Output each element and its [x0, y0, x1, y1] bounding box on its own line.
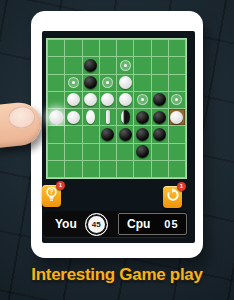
board-cell-c7[interactable] [83, 144, 99, 160]
bulb-icon: ? [45, 186, 58, 206]
white-disc [170, 111, 183, 124]
flipping-disc [121, 110, 130, 124]
board-cell-h8[interactable] [169, 161, 185, 177]
cpu-label: Cpu [127, 217, 150, 231]
board-cell-c5[interactable] [83, 109, 99, 125]
hint-button[interactable]: ? 1 [42, 185, 61, 207]
black-disc [136, 111, 149, 124]
board-cell-h7[interactable] [169, 144, 185, 160]
board-cell-g7[interactable] [152, 144, 168, 160]
board-cell-b2[interactable] [65, 57, 81, 73]
black-disc [136, 145, 149, 158]
board-cell-a8[interactable] [48, 161, 64, 177]
black-disc [84, 59, 97, 72]
caption-text: Interesting Game play [0, 265, 234, 285]
board-cell-f8[interactable] [134, 161, 150, 177]
black-disc [136, 128, 149, 141]
board-cell-b7[interactable] [65, 144, 81, 160]
restart-badge: 1 [177, 182, 186, 191]
board-cell-h2[interactable] [169, 57, 185, 73]
cpu-score-box: Cpu 05 [118, 213, 187, 235]
board-cell-g5[interactable] [152, 109, 168, 125]
white-disc [101, 93, 114, 106]
board-cell-e2[interactable] [117, 57, 133, 73]
legal-move-hint[interactable] [102, 77, 113, 88]
board-cell-g4[interactable] [152, 92, 168, 108]
score-bar: You 45 Cpu 05 [43, 211, 188, 237]
cpu-score: 05 [164, 218, 178, 230]
board-cell-g8[interactable] [152, 161, 168, 177]
you-score: 45 [92, 220, 101, 229]
board-cell-b3[interactable] [65, 75, 81, 91]
tablet-device: ? 1 1 You 45 [31, 11, 203, 258]
board-cell-a7[interactable] [48, 144, 64, 160]
flipping-disc [106, 110, 110, 124]
scene: ? 1 1 You 45 [0, 0, 234, 300]
board-cell-h6[interactable] [169, 126, 185, 142]
board-cell-c1[interactable] [83, 40, 99, 56]
white-disc [84, 93, 97, 106]
flipping-disc [86, 110, 95, 124]
board-cell-a1[interactable] [48, 40, 64, 56]
black-disc [153, 93, 166, 106]
black-disc [101, 128, 114, 141]
you-label: You [55, 217, 77, 231]
legal-move-hint[interactable] [171, 94, 182, 105]
board-cell-f1[interactable] [134, 40, 150, 56]
svg-text:?: ? [50, 188, 54, 195]
board-cell-c2[interactable] [83, 57, 99, 73]
board-cell-e1[interactable] [117, 40, 133, 56]
board-cell-g1[interactable] [152, 40, 168, 56]
board-cell-b4[interactable] [65, 92, 81, 108]
board-cell-d5[interactable] [100, 109, 116, 125]
board-cell-e4[interactable] [117, 92, 133, 108]
board-cell-d2[interactable] [100, 57, 116, 73]
board-cell-e7[interactable] [117, 144, 133, 160]
board-cell-f5[interactable] [134, 109, 150, 125]
board-cell-h4[interactable] [169, 92, 185, 108]
board-cell-c6[interactable] [83, 126, 99, 142]
black-disc [84, 76, 97, 89]
board-cell-d1[interactable] [100, 40, 116, 56]
white-disc [67, 93, 80, 106]
board-cell-c3[interactable] [83, 75, 99, 91]
fingernail [7, 105, 36, 130]
board-cell-a3[interactable] [48, 75, 64, 91]
board-cell-d3[interactable] [100, 75, 116, 91]
othello-board[interactable] [46, 38, 187, 179]
board-cell-h3[interactable] [169, 75, 185, 91]
white-disc [119, 93, 132, 106]
board-cell-d8[interactable] [100, 161, 116, 177]
board-cell-b8[interactable] [65, 161, 81, 177]
board-cell-f4[interactable] [134, 92, 150, 108]
game-screen: ? 1 1 You 45 [42, 31, 195, 243]
board-cell-d4[interactable] [100, 92, 116, 108]
board-cell-c4[interactable] [83, 92, 99, 108]
board-cell-f2[interactable] [134, 57, 150, 73]
board-cell-a2[interactable] [48, 57, 64, 73]
board-cell-a6[interactable] [48, 126, 64, 142]
board-cell-g2[interactable] [152, 57, 168, 73]
white-disc [49, 110, 64, 125]
white-disc [67, 111, 80, 124]
board-cell-d7[interactable] [100, 144, 116, 160]
you-score-circle: 45 [85, 213, 108, 236]
board-cell-h5[interactable] [169, 109, 185, 125]
legal-move-hint[interactable] [68, 77, 79, 88]
board-cell-b6[interactable] [65, 126, 81, 142]
board-cell-d6[interactable] [100, 126, 116, 142]
legal-move-hint[interactable] [137, 94, 148, 105]
legal-move-hint[interactable] [120, 60, 131, 71]
board-cell-f3[interactable] [134, 75, 150, 91]
black-disc [153, 128, 166, 141]
board-cell-f7[interactable] [134, 144, 150, 160]
board-cell-e6[interactable] [117, 126, 133, 142]
board-cell-g3[interactable] [152, 75, 168, 91]
board-cell-e8[interactable] [117, 161, 133, 177]
restart-icon [166, 188, 180, 206]
black-disc [153, 111, 166, 124]
board-cell-a5[interactable] [48, 109, 64, 125]
board-cell-b5[interactable] [65, 109, 81, 125]
hint-badge: 1 [56, 181, 65, 190]
board-cell-h1[interactable] [169, 40, 185, 56]
board-cell-e5[interactable] [117, 109, 133, 125]
black-disc [119, 128, 132, 141]
board-cell-b1[interactable] [65, 40, 81, 56]
board-cell-c8[interactable] [83, 161, 99, 177]
board-cell-a4[interactable] [48, 92, 64, 108]
white-disc [119, 76, 132, 89]
board-cell-f6[interactable] [134, 126, 150, 142]
board-cell-g6[interactable] [152, 126, 168, 142]
restart-button[interactable]: 1 [163, 186, 182, 208]
board-cell-e3[interactable] [117, 75, 133, 91]
